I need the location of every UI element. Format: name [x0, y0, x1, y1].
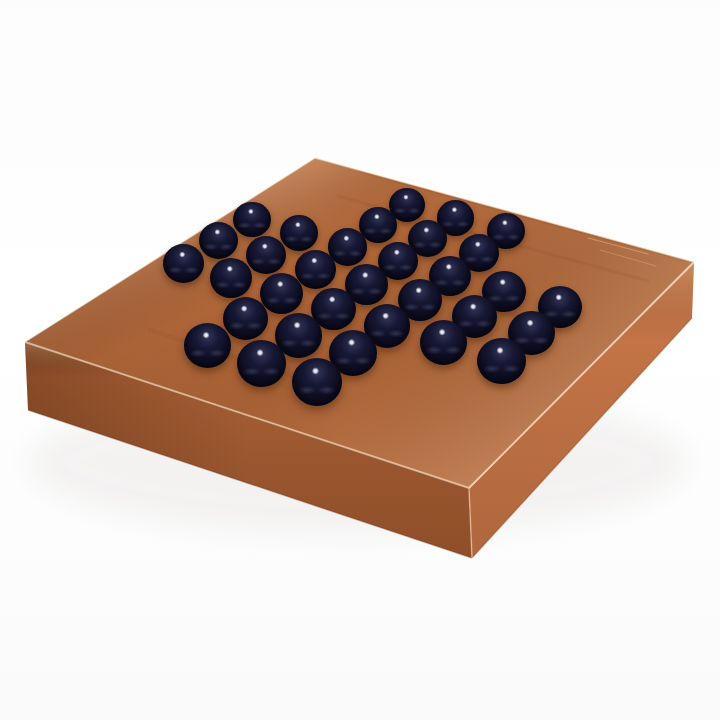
marble-glyph: ●: [184, 323, 232, 368]
marble[interactable]: ●: [223, 297, 269, 340]
marble-glyph: ●: [280, 215, 319, 252]
marble-glyph: ●: [210, 258, 252, 298]
marble-glyph: ●: [199, 222, 238, 259]
marble-glyph: ●: [260, 273, 304, 314]
marble[interactable]: ●: [246, 236, 286, 274]
marble-glyph: ●: [237, 340, 286, 387]
marble[interactable]: ●: [163, 244, 204, 283]
marble[interactable]: ●: [280, 215, 319, 252]
marble[interactable]: ●: [477, 338, 526, 384]
marble-glyph: ●: [477, 338, 526, 384]
marble-glyph: ●: [292, 358, 343, 406]
marble[interactable]: ●: [184, 323, 232, 368]
marble[interactable]: ●: [233, 202, 271, 238]
marble-glyph: ●: [233, 202, 271, 238]
marble-glyph: ●: [163, 244, 204, 283]
marble[interactable]: ●: [420, 320, 467, 365]
marble[interactable]: ●: [210, 258, 252, 298]
marble-glyph: ●: [295, 250, 337, 290]
marble[interactable]: ●: [292, 358, 343, 406]
marble-glyph: ●: [223, 297, 269, 340]
scene: ●●●●●●●●●●●●●●●●●●●●●●●●●●●●●●●●●: [0, 0, 720, 720]
marble[interactable]: ●: [260, 273, 304, 314]
marble[interactable]: ●: [199, 222, 238, 259]
marble-glyph: ●: [420, 320, 467, 365]
marble-glyph: ●: [246, 236, 286, 274]
marble[interactable]: ●: [295, 250, 337, 290]
marble[interactable]: ●: [237, 340, 286, 387]
marble-layer: ●●●●●●●●●●●●●●●●●●●●●●●●●●●●●●●●●: [0, 0, 720, 720]
